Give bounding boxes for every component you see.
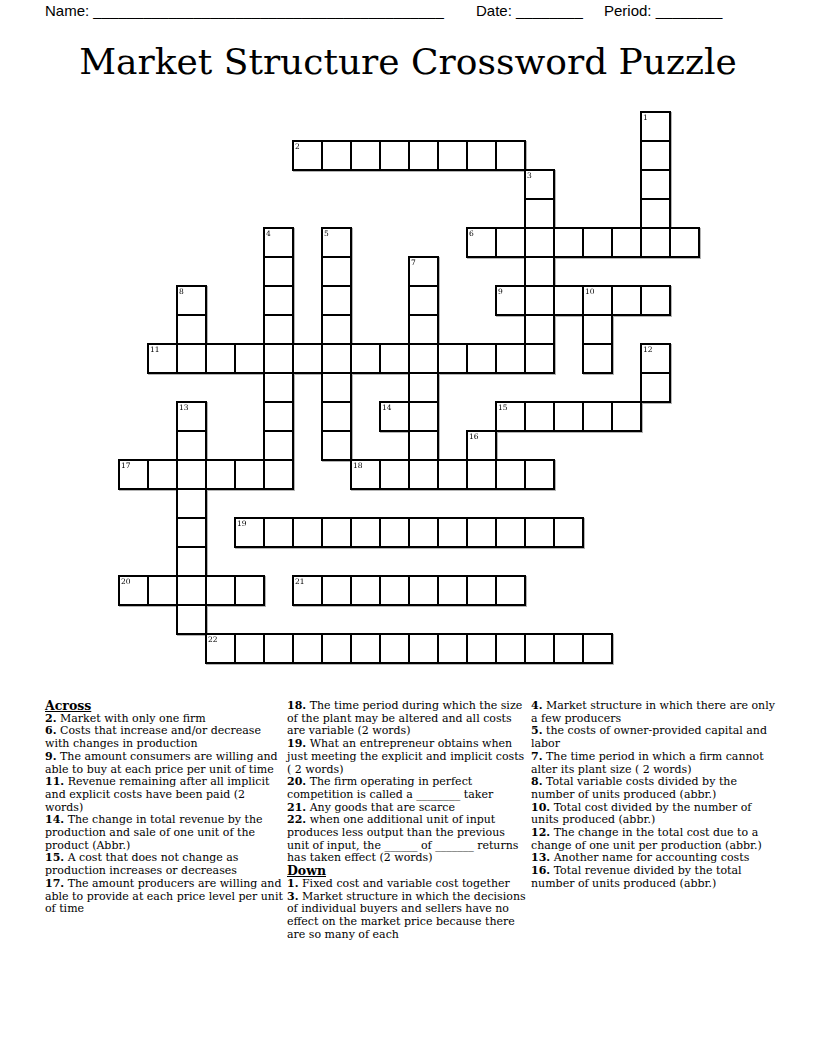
- grid-cell[interactable]: [524, 343, 555, 374]
- worksheet-page: Name: __________________________________…: [0, 0, 816, 1056]
- grid-cell[interactable]: [321, 575, 352, 606]
- clue-down-7: 7. The time period in which a firm canno…: [531, 751, 775, 776]
- across-header: Across: [45, 700, 283, 713]
- clue-number: 7.: [531, 750, 542, 763]
- cell-number: 3: [527, 171, 532, 180]
- grid-cell[interactable]: [321, 140, 352, 171]
- grid-cell[interactable]: [495, 227, 526, 258]
- grid-cell[interactable]: [234, 343, 265, 374]
- grid-cell[interactable]: [553, 227, 584, 258]
- grid-cell[interactable]: [205, 575, 236, 606]
- date-blank-line: ________: [516, 2, 583, 19]
- clue-down-12: 12. The change in the total cost due to …: [531, 827, 775, 852]
- grid-cell[interactable]: 14: [379, 401, 410, 432]
- grid-cell[interactable]: [292, 517, 323, 548]
- grid-cell[interactable]: 22: [205, 633, 236, 664]
- grid-cell[interactable]: [321, 401, 352, 432]
- grid-cell[interactable]: [466, 633, 497, 664]
- grid-cell[interactable]: 12: [640, 343, 671, 374]
- grid-cell[interactable]: [640, 227, 671, 258]
- grid-cell[interactable]: [176, 459, 207, 490]
- grid-cell[interactable]: [466, 517, 497, 548]
- clue-across-6: 6. Costs that increase and/or decrease w…: [45, 725, 283, 750]
- period-field: Period: ________: [604, 2, 722, 19]
- grid-cell[interactable]: [582, 633, 613, 664]
- page-title: Market Structure Crossword Puzzle: [0, 42, 816, 82]
- grid-cell[interactable]: [640, 140, 671, 171]
- grid-cell[interactable]: [321, 343, 352, 374]
- grid-cell[interactable]: [321, 314, 352, 345]
- grid-cell[interactable]: [408, 633, 439, 664]
- grid-cell[interactable]: [408, 343, 439, 374]
- cell-number: 6: [469, 229, 474, 238]
- clue-number: 10.: [531, 801, 550, 814]
- cell-number: 21: [295, 577, 305, 586]
- grid-cell[interactable]: 10: [582, 285, 613, 316]
- clue-down-3: 3. Market structure in which the decisio…: [287, 891, 527, 942]
- grid-cell[interactable]: [176, 517, 207, 548]
- date-field: Date: ________: [476, 2, 583, 19]
- grid-cell[interactable]: [350, 517, 381, 548]
- grid-cell[interactable]: [669, 227, 700, 258]
- clue-number: 16.: [531, 864, 550, 877]
- cell-number: 10: [585, 287, 595, 296]
- grid-cell[interactable]: [524, 198, 555, 229]
- cell-number: 1: [643, 113, 648, 122]
- cell-number: 17: [121, 461, 131, 470]
- grid-cell[interactable]: [263, 314, 294, 345]
- clue-number: 21.: [287, 801, 306, 814]
- grid-cell[interactable]: [263, 459, 294, 490]
- cell-number: 5: [324, 229, 329, 238]
- cell-number: 9: [498, 287, 503, 296]
- clue-number: 2.: [45, 712, 56, 725]
- clue-number: 15.: [45, 851, 64, 864]
- clue-number: 1.: [287, 877, 298, 890]
- grid-cell[interactable]: 15: [495, 401, 526, 432]
- grid-cell[interactable]: [292, 633, 323, 664]
- cell-number: 11: [150, 345, 160, 354]
- clue-number: 19.: [287, 737, 306, 750]
- clue-down-5: 5. the costs of owner-provided capital a…: [531, 725, 775, 750]
- cell-number: 8: [179, 287, 184, 296]
- clue-across-14: 14. The change in total revenue by the p…: [45, 814, 283, 852]
- grid-cell[interactable]: [437, 575, 468, 606]
- clue-number: 6.: [45, 724, 56, 737]
- grid-cell[interactable]: 21: [292, 575, 323, 606]
- grid-cell[interactable]: [408, 430, 439, 461]
- grid-cell[interactable]: [640, 372, 671, 403]
- clue-number: 12.: [531, 826, 550, 839]
- grid-cell[interactable]: [408, 401, 439, 432]
- clue-across-19: 19. What an entrepreneur obtains when ju…: [287, 738, 527, 776]
- cell-number: 4: [266, 229, 271, 238]
- clue-down-10: 10. Total cost divided by the number of …: [531, 802, 775, 827]
- cell-number: 18: [353, 461, 363, 470]
- grid-cell[interactable]: [263, 517, 294, 548]
- grid-cell[interactable]: 7: [408, 256, 439, 287]
- grid-cell[interactable]: 5: [321, 227, 352, 258]
- grid-cell[interactable]: [640, 169, 671, 200]
- clue-number: 11.: [45, 775, 64, 788]
- grid-cell[interactable]: [263, 401, 294, 432]
- grid-cell[interactable]: [466, 343, 497, 374]
- grid-cell[interactable]: [321, 430, 352, 461]
- grid-cell[interactable]: [437, 633, 468, 664]
- grid-cell[interactable]: [176, 430, 207, 461]
- grid-cell[interactable]: [524, 401, 555, 432]
- grid-cell[interactable]: [495, 517, 526, 548]
- grid-cell[interactable]: [437, 517, 468, 548]
- grid-cell[interactable]: [524, 227, 555, 258]
- grid-cell[interactable]: [176, 488, 207, 519]
- clue-number: 20.: [287, 775, 306, 788]
- clue-across-11: 11. Revenue remaining after all implicit…: [45, 776, 283, 814]
- cell-number: 2: [295, 142, 300, 151]
- clues-column-right: 4. Market structure in which there are o…: [531, 700, 775, 891]
- grid-cell[interactable]: [147, 459, 178, 490]
- grid-cell[interactable]: [263, 372, 294, 403]
- grid-cell[interactable]: [437, 459, 468, 490]
- cell-number: 22: [208, 635, 218, 644]
- grid-cell[interactable]: 6: [466, 227, 497, 258]
- grid-cell[interactable]: [553, 401, 584, 432]
- grid-cell[interactable]: [524, 517, 555, 548]
- grid-cell[interactable]: [176, 343, 207, 374]
- grid-cell[interactable]: [379, 633, 410, 664]
- clues-column-left: Across2. Market with only one firm6. Cos…: [45, 700, 283, 916]
- grid-cell[interactable]: [147, 575, 178, 606]
- clue-across-22: 22. when one additional unit of input pr…: [287, 814, 527, 865]
- grid-cell[interactable]: [350, 343, 381, 374]
- name-label: Name:: [45, 2, 89, 19]
- grid-cell[interactable]: [350, 575, 381, 606]
- crossword-grid: 12345678910111213141516171819202122: [118, 111, 701, 665]
- grid-cell[interactable]: [234, 633, 265, 664]
- period-label: Period:: [604, 2, 652, 19]
- cell-number: 19: [237, 519, 247, 528]
- grid-cell[interactable]: [321, 256, 352, 287]
- grid-cell[interactable]: 19: [234, 517, 265, 548]
- grid-cell[interactable]: [495, 633, 526, 664]
- grid-cell[interactable]: [321, 517, 352, 548]
- grid-cell[interactable]: [553, 285, 584, 316]
- grid-cell[interactable]: [611, 285, 642, 316]
- grid-cell[interactable]: 11: [147, 343, 178, 374]
- grid-cell[interactable]: 20: [118, 575, 149, 606]
- clue-across-15: 15. A cost that does not change as produ…: [45, 852, 283, 877]
- grid-cell[interactable]: [611, 401, 642, 432]
- grid-cell[interactable]: [176, 546, 207, 577]
- header-line: Name: __________________________________…: [0, 1, 816, 23]
- grid-cell[interactable]: [234, 575, 265, 606]
- grid-cell[interactable]: [321, 633, 352, 664]
- period-blank-line: ________: [656, 2, 723, 19]
- grid-cell[interactable]: [408, 314, 439, 345]
- grid-cell[interactable]: [495, 459, 526, 490]
- grid-cell[interactable]: 16: [466, 430, 497, 461]
- grid-cell[interactable]: [263, 633, 294, 664]
- grid-cell[interactable]: [176, 314, 207, 345]
- grid-cell[interactable]: [205, 343, 236, 374]
- clue-number: 5.: [531, 724, 542, 737]
- clues-column-middle: 18. The time period during which the siz…: [287, 700, 527, 941]
- grid-cell[interactable]: [408, 575, 439, 606]
- grid-cell[interactable]: [176, 604, 207, 635]
- clue-number: 4.: [531, 699, 542, 712]
- grid-cell[interactable]: [466, 575, 497, 606]
- grid-cell[interactable]: [408, 517, 439, 548]
- grid-cell[interactable]: [495, 140, 526, 171]
- grid-cell[interactable]: [263, 343, 294, 374]
- clue-down-1: 1. Fixed cost and variable cost together: [287, 878, 527, 891]
- grid-cell[interactable]: [350, 140, 381, 171]
- grid-cell[interactable]: [408, 372, 439, 403]
- cell-number: 7: [411, 258, 416, 267]
- cell-number: 13: [179, 403, 189, 412]
- grid-cell[interactable]: [437, 140, 468, 171]
- grid-cell[interactable]: 18: [350, 459, 381, 490]
- cell-number: 20: [121, 577, 131, 586]
- grid-cell[interactable]: [176, 575, 207, 606]
- clue-number: 22.: [287, 813, 306, 826]
- grid-cell[interactable]: [321, 372, 352, 403]
- date-label: Date:: [476, 2, 512, 19]
- grid-cell[interactable]: [263, 285, 294, 316]
- grid-cell[interactable]: [379, 140, 410, 171]
- grid-cell[interactable]: [379, 575, 410, 606]
- grid-cell[interactable]: [466, 459, 497, 490]
- grid-cell[interactable]: [524, 633, 555, 664]
- grid-cell[interactable]: [640, 198, 671, 229]
- name-field: Name: __________________________________…: [45, 2, 444, 19]
- clue-down-16: 16. Total revenue divided by the total n…: [531, 865, 775, 890]
- clue-number: 17.: [45, 877, 64, 890]
- grid-cell[interactable]: 1: [640, 111, 671, 142]
- grid-cell[interactable]: 8: [176, 285, 207, 316]
- clue-across-18: 18. The time period during which the siz…: [287, 700, 527, 738]
- clue-number: 13.: [531, 851, 550, 864]
- grid-cell[interactable]: [524, 285, 555, 316]
- grid-cell[interactable]: [495, 343, 526, 374]
- grid-cell[interactable]: [524, 314, 555, 345]
- grid-cell[interactable]: [263, 430, 294, 461]
- grid-cell[interactable]: [524, 256, 555, 287]
- down-header: Down: [287, 865, 527, 878]
- grid-cell[interactable]: 13: [176, 401, 207, 432]
- grid-cell[interactable]: [495, 575, 526, 606]
- grid-cell[interactable]: 3: [524, 169, 555, 200]
- grid-cell[interactable]: [640, 285, 671, 316]
- grid-cell[interactable]: [379, 517, 410, 548]
- clue-down-8: 8. Total variable costs divided by the n…: [531, 776, 775, 801]
- grid-cell[interactable]: [582, 227, 613, 258]
- grid-cell[interactable]: 2: [292, 140, 323, 171]
- grid-cell[interactable]: [524, 459, 555, 490]
- clue-number: 9.: [45, 750, 56, 763]
- grid-cell[interactable]: [553, 517, 584, 548]
- grid-cell[interactable]: 9: [495, 285, 526, 316]
- grid-cell[interactable]: 4: [263, 227, 294, 258]
- grid-cell[interactable]: [234, 459, 265, 490]
- grid-cell[interactable]: [611, 227, 642, 258]
- clue-across-9: 9. The amount consumers are willing and …: [45, 751, 283, 776]
- grid-cell[interactable]: [379, 459, 410, 490]
- grid-cell[interactable]: [553, 633, 584, 664]
- grid-cell[interactable]: [350, 633, 381, 664]
- cell-number: 14: [382, 403, 392, 412]
- grid-cell[interactable]: 17: [118, 459, 149, 490]
- clue-number: 14.: [45, 813, 64, 826]
- grid-cell[interactable]: [408, 459, 439, 490]
- grid-cell[interactable]: [582, 314, 613, 345]
- cell-number: 12: [643, 345, 653, 354]
- grid-cell[interactable]: [437, 343, 468, 374]
- cell-number: 15: [498, 403, 508, 412]
- clue-across-17: 17. The amount producers are willing and…: [45, 878, 283, 916]
- clue-number: 18.: [287, 699, 306, 712]
- grid-cell[interactable]: [582, 401, 613, 432]
- clue-number: 8.: [531, 775, 542, 788]
- grid-cell[interactable]: [321, 285, 352, 316]
- clue-number: 3.: [287, 890, 298, 903]
- clue-across-20: 20. The firm operating in perfect compet…: [287, 776, 527, 801]
- grid-cell[interactable]: [582, 343, 613, 374]
- grid-cell[interactable]: [466, 140, 497, 171]
- grid-cell[interactable]: [263, 256, 294, 287]
- clue-down-4: 4. Market structure in which there are o…: [531, 700, 775, 725]
- grid-cell[interactable]: [408, 285, 439, 316]
- cell-number: 16: [469, 432, 479, 441]
- name-blank-line: ________________________________________…: [93, 2, 443, 19]
- grid-cell[interactable]: [292, 343, 323, 374]
- grid-cell[interactable]: [205, 459, 236, 490]
- grid-cell[interactable]: [379, 343, 410, 374]
- grid-cell[interactable]: [408, 140, 439, 171]
